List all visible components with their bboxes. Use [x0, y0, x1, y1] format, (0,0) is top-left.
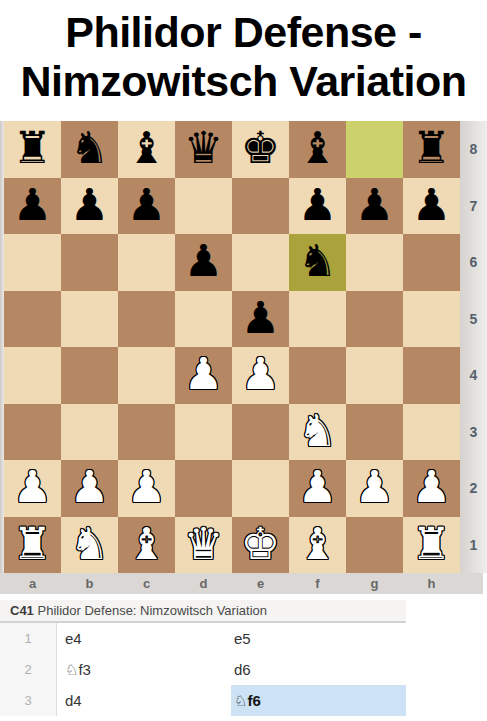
- opening-name: Philidor Defense: Nimzowitsch Variation: [37, 603, 267, 618]
- square-d7[interactable]: [175, 178, 232, 235]
- white-pawn[interactable]: ♟: [412, 465, 451, 509]
- square-d8[interactable]: ♛: [175, 121, 232, 178]
- chess-board-widget: ♜♞♝♛♚♝♜♟♟♟♟♟♟♟♞♟♟♟♞♟♟♟♟♟♟♜♞♝♛♚♝♜ 8765432…: [0, 121, 487, 594]
- black-pawn[interactable]: ♟: [184, 239, 223, 283]
- black-pawn[interactable]: ♟: [70, 183, 109, 227]
- square-d1[interactable]: ♛: [175, 517, 232, 574]
- square-d5[interactable]: [175, 291, 232, 348]
- file-label-f: f: [289, 573, 346, 594]
- black-rook[interactable]: ♜: [13, 126, 52, 170]
- rank-label-1: 1: [460, 517, 487, 574]
- black-bishop[interactable]: ♝: [298, 126, 337, 170]
- white-pawn[interactable]: ♟: [298, 465, 337, 509]
- move-2-black[interactable]: d6: [231, 654, 406, 685]
- move-1-white[interactable]: e4: [57, 623, 231, 654]
- square-a7[interactable]: ♟: [4, 178, 61, 235]
- square-a4[interactable]: [4, 347, 61, 404]
- square-f7[interactable]: ♟: [289, 178, 346, 235]
- square-b2[interactable]: ♟: [61, 460, 118, 517]
- rank-label-4: 4: [460, 347, 487, 404]
- square-h8[interactable]: ♜: [403, 121, 460, 178]
- square-g3[interactable]: [346, 404, 403, 461]
- file-label-e: e: [232, 573, 289, 594]
- white-pawn[interactable]: ♟: [355, 465, 394, 509]
- white-rook[interactable]: ♜: [13, 522, 52, 566]
- white-rook[interactable]: ♜: [412, 522, 451, 566]
- file-label-c: c: [118, 573, 175, 594]
- square-f3[interactable]: ♞: [289, 404, 346, 461]
- page-title-line1: Philidor Defense -: [0, 8, 487, 57]
- square-h7[interactable]: ♟: [403, 178, 460, 235]
- chess-board: ♜♞♝♛♚♝♜♟♟♟♟♟♟♟♞♟♟♟♞♟♟♟♟♟♟♜♞♝♛♚♝♜: [4, 121, 460, 573]
- black-pawn[interactable]: ♟: [127, 183, 166, 227]
- black-pawn[interactable]: ♟: [355, 183, 394, 227]
- black-bishop[interactable]: ♝: [127, 126, 166, 170]
- square-d2[interactable]: [175, 460, 232, 517]
- square-b1[interactable]: ♞: [61, 517, 118, 574]
- rank-label-2: 2: [460, 460, 487, 517]
- square-e8[interactable]: ♚: [232, 121, 289, 178]
- square-c6[interactable]: [118, 234, 175, 291]
- white-pawn[interactable]: ♟: [70, 465, 109, 509]
- opening-header: C41 Philidor Defense: Nimzowitsch Variat…: [0, 600, 406, 623]
- square-c4[interactable]: [118, 347, 175, 404]
- square-h2[interactable]: ♟: [403, 460, 460, 517]
- square-g6[interactable]: [346, 234, 403, 291]
- black-queen[interactable]: ♛: [184, 126, 223, 170]
- rank-coordinates: 87654321: [460, 121, 487, 573]
- white-knight[interactable]: ♞: [70, 522, 109, 566]
- move-2-white[interactable]: ♘f3: [57, 654, 231, 685]
- square-a5[interactable]: [4, 291, 61, 348]
- square-a3[interactable]: [4, 404, 61, 461]
- white-pawn[interactable]: ♟: [184, 352, 223, 396]
- square-c5[interactable]: [118, 291, 175, 348]
- square-h6[interactable]: [403, 234, 460, 291]
- square-b3[interactable]: [61, 404, 118, 461]
- black-pawn[interactable]: ♟: [13, 183, 52, 227]
- square-h1[interactable]: ♜: [403, 517, 460, 574]
- move-1-black[interactable]: e5: [231, 623, 406, 654]
- rank-label-8: 8: [460, 121, 487, 178]
- square-g4[interactable]: [346, 347, 403, 404]
- square-e7[interactable]: [232, 178, 289, 235]
- square-e3[interactable]: [232, 404, 289, 461]
- move-3-black-selected[interactable]: ♘f6: [231, 685, 406, 716]
- square-e1[interactable]: ♚: [232, 517, 289, 574]
- rank-label-6: 6: [460, 234, 487, 291]
- move-rows: 1 e4 e5 2 ♘f3 d6 3 d4 ♘f6: [0, 623, 406, 716]
- square-f6[interactable]: ♞: [289, 234, 346, 291]
- square-f8[interactable]: ♝: [289, 121, 346, 178]
- square-c7[interactable]: ♟: [118, 178, 175, 235]
- black-rook[interactable]: ♜: [412, 126, 451, 170]
- white-queen[interactable]: ♛: [184, 522, 223, 566]
- square-b7[interactable]: ♟: [61, 178, 118, 235]
- square-e5[interactable]: ♟: [232, 291, 289, 348]
- square-b5[interactable]: [61, 291, 118, 348]
- white-knight[interactable]: ♞: [298, 409, 337, 453]
- move-number: 1: [0, 623, 57, 654]
- square-d3[interactable]: [175, 404, 232, 461]
- square-h4[interactable]: [403, 347, 460, 404]
- white-pawn[interactable]: ♟: [13, 465, 52, 509]
- square-a8[interactable]: ♜: [4, 121, 61, 178]
- file-label-b: b: [61, 573, 118, 594]
- square-h5[interactable]: [403, 291, 460, 348]
- square-g1[interactable]: [346, 517, 403, 574]
- white-bishop[interactable]: ♝: [127, 522, 166, 566]
- file-label-h: h: [403, 573, 460, 594]
- square-a1[interactable]: ♜: [4, 517, 61, 574]
- square-e4[interactable]: ♟: [232, 347, 289, 404]
- square-h3[interactable]: [403, 404, 460, 461]
- eco-code: C41: [10, 603, 34, 618]
- move-number: 3: [0, 685, 57, 716]
- rank-label-3: 3: [460, 404, 487, 461]
- move-list: C41 Philidor Defense: Nimzowitsch Variat…: [0, 600, 406, 716]
- file-label-g: g: [346, 573, 403, 594]
- square-d6[interactable]: ♟: [175, 234, 232, 291]
- rank-label-7: 7: [460, 178, 487, 235]
- square-g2[interactable]: ♟: [346, 460, 403, 517]
- square-e6[interactable]: [232, 234, 289, 291]
- square-c8[interactable]: ♝: [118, 121, 175, 178]
- square-g5[interactable]: [346, 291, 403, 348]
- file-label-d: d: [175, 573, 232, 594]
- square-c2[interactable]: ♟: [118, 460, 175, 517]
- square-a2[interactable]: ♟: [4, 460, 61, 517]
- square-f4[interactable]: [289, 347, 346, 404]
- black-pawn[interactable]: ♟: [412, 183, 451, 227]
- square-c1[interactable]: ♝: [118, 517, 175, 574]
- file-label-a: a: [4, 573, 61, 594]
- square-e2[interactable]: [232, 460, 289, 517]
- white-king[interactable]: ♚: [241, 522, 280, 566]
- black-knight[interactable]: ♞: [298, 239, 337, 283]
- rank-label-5: 5: [460, 291, 487, 348]
- square-b8[interactable]: ♞: [61, 121, 118, 178]
- move-number: 2: [0, 654, 57, 685]
- square-a6[interactable]: [4, 234, 61, 291]
- square-f1[interactable]: ♝: [289, 517, 346, 574]
- black-knight[interactable]: ♞: [70, 126, 109, 170]
- square-b6[interactable]: [61, 234, 118, 291]
- black-pawn[interactable]: ♟: [298, 183, 337, 227]
- white-pawn[interactable]: ♟: [241, 352, 280, 396]
- page-title-line2: Nimzowitsch Variation: [0, 57, 487, 106]
- square-g7[interactable]: ♟: [346, 178, 403, 235]
- square-b4[interactable]: [61, 347, 118, 404]
- file-coordinates: abcdefgh: [0, 573, 483, 594]
- white-pawn[interactable]: ♟: [127, 465, 166, 509]
- page-title: Philidor Defense - Nimzowitsch Variation: [0, 0, 487, 106]
- black-pawn[interactable]: ♟: [241, 296, 280, 340]
- move-3-white[interactable]: d4: [57, 685, 231, 716]
- square-f5[interactable]: [289, 291, 346, 348]
- square-f2[interactable]: ♟: [289, 460, 346, 517]
- white-bishop[interactable]: ♝: [298, 522, 337, 566]
- black-king[interactable]: ♚: [241, 126, 280, 170]
- square-c3[interactable]: [118, 404, 175, 461]
- square-d4[interactable]: ♟: [175, 347, 232, 404]
- square-g8[interactable]: [346, 121, 403, 178]
